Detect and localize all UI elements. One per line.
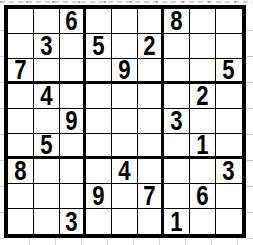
cell-r9c4[interactable] [86, 209, 112, 234]
cell-r9c5[interactable] [112, 209, 138, 234]
given-digit: 7 [14, 56, 26, 84]
cell-r9c2[interactable] [34, 209, 60, 234]
given-digit: 8 [170, 7, 182, 35]
cell-r5c3: 9 [60, 109, 86, 134]
cell-r3c9: 5 [216, 59, 242, 84]
cell-r9c8[interactable] [190, 209, 216, 234]
cell-r8c7[interactable] [164, 184, 190, 209]
cell-r8c8: 6 [190, 184, 216, 209]
given-digit: 3 [40, 32, 52, 60]
cell-r7c9: 3 [216, 159, 242, 184]
cell-r3c7[interactable] [164, 59, 190, 84]
sudoku-board: 6835279542935184397631 [4, 5, 246, 238]
cell-r4c5[interactable] [112, 84, 138, 109]
cell-r3c6[interactable] [138, 59, 164, 84]
cell-r8c1[interactable] [8, 184, 34, 209]
cell-r7c1: 8 [8, 159, 34, 184]
given-digit: 8 [14, 157, 26, 185]
cell-r1c9[interactable] [216, 9, 242, 34]
given-digit: 2 [143, 32, 155, 60]
cell-r7c7[interactable] [164, 159, 190, 184]
cell-r3c3[interactable] [60, 59, 86, 84]
cell-r6c7[interactable] [164, 134, 190, 159]
cell-r7c3[interactable] [60, 159, 86, 184]
cell-r4c2: 4 [34, 84, 60, 109]
cell-r4c9[interactable] [216, 84, 242, 109]
given-digit: 4 [118, 157, 130, 185]
given-digit: 3 [65, 208, 77, 236]
given-digit: 7 [143, 182, 155, 210]
cell-r5c4[interactable] [86, 109, 112, 134]
cell-r5c6[interactable] [138, 109, 164, 134]
spreadsheet-gridline-top [0, 1, 253, 3]
cell-r2c8[interactable] [190, 34, 216, 59]
cell-r6c3[interactable] [60, 134, 86, 159]
cell-r4c6[interactable] [138, 84, 164, 109]
cell-r7c2[interactable] [34, 159, 60, 184]
cell-r6c4[interactable] [86, 134, 112, 159]
given-digit: 9 [92, 182, 104, 210]
cell-r6c8: 1 [190, 134, 216, 159]
cell-r2c7[interactable] [164, 34, 190, 59]
given-digit: 6 [65, 7, 77, 35]
cell-r9c3: 3 [60, 209, 86, 234]
spreadsheet-gridline-right [247, 5, 253, 239]
given-digit: 9 [118, 56, 130, 84]
cell-r7c5: 4 [112, 159, 138, 184]
given-digit: 4 [40, 82, 52, 110]
cell-r1c1[interactable] [8, 9, 34, 34]
cell-r9c7: 1 [164, 209, 190, 234]
cell-r5c9[interactable] [216, 109, 242, 134]
cell-r4c1[interactable] [8, 84, 34, 109]
cell-r8c4: 9 [86, 184, 112, 209]
cell-r8c2[interactable] [34, 184, 60, 209]
cell-r2c2: 3 [34, 34, 60, 59]
cell-r3c5: 9 [112, 59, 138, 84]
given-digit: 6 [196, 182, 208, 210]
cell-r3c4[interactable] [86, 59, 112, 84]
cell-r4c4[interactable] [86, 84, 112, 109]
cell-r9c9[interactable] [216, 209, 242, 234]
given-digit: 3 [223, 157, 235, 185]
cell-r4c8: 2 [190, 84, 216, 109]
cell-r5c7: 3 [164, 109, 190, 134]
cell-r9c1[interactable] [8, 209, 34, 234]
cell-r8c3[interactable] [60, 184, 86, 209]
given-digit: 1 [196, 131, 208, 159]
cell-r2c3[interactable] [60, 34, 86, 59]
cell-r5c5[interactable] [112, 109, 138, 134]
given-digit: 5 [40, 131, 52, 159]
given-digit: 3 [170, 107, 182, 135]
cell-r1c7: 8 [164, 9, 190, 34]
cell-r9c6[interactable] [138, 209, 164, 234]
given-digit: 2 [196, 82, 208, 110]
cell-r2c4: 5 [86, 34, 112, 59]
cell-r1c8[interactable] [190, 9, 216, 34]
cell-r1c3: 6 [60, 9, 86, 34]
sudoku-screenshot: 6835279542935184397631 [0, 0, 253, 245]
spreadsheet-gridline-bottom [4, 239, 253, 245]
cell-r3c1: 7 [8, 59, 34, 84]
cell-r5c1[interactable] [8, 109, 34, 134]
cell-r8c9[interactable] [216, 184, 242, 209]
cell-r6c6[interactable] [138, 134, 164, 159]
cell-r8c5[interactable] [112, 184, 138, 209]
given-digit: 9 [65, 107, 77, 135]
cell-r2c6: 2 [138, 34, 164, 59]
given-digit: 5 [223, 56, 235, 84]
given-digit: 1 [170, 208, 182, 236]
cell-r8c6: 7 [138, 184, 164, 209]
given-digit: 5 [92, 32, 104, 60]
cell-r1c5[interactable] [112, 9, 138, 34]
cell-r6c2: 5 [34, 134, 60, 159]
